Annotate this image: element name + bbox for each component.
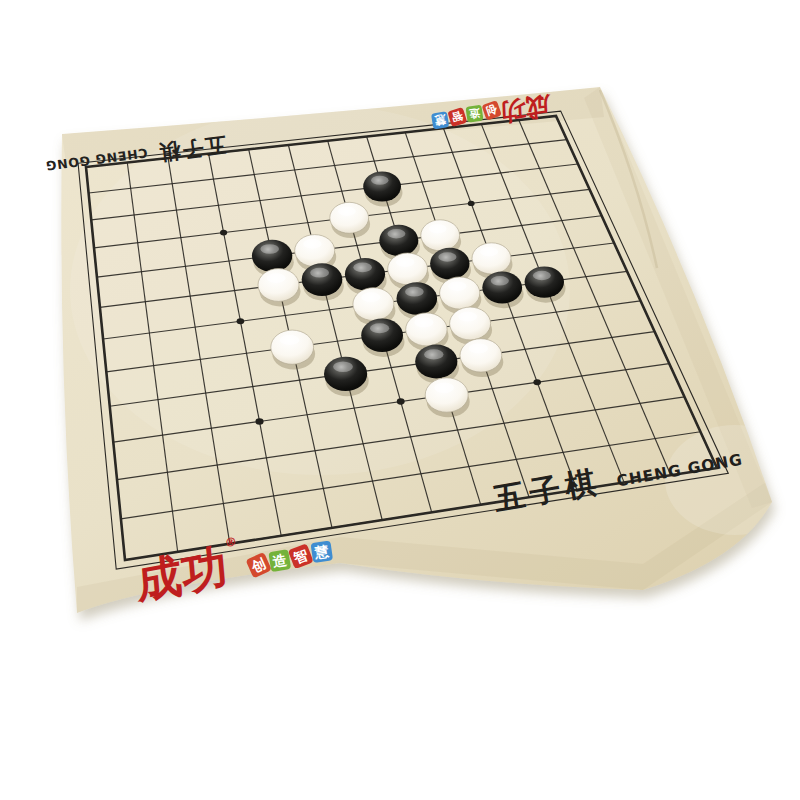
stone-white (330, 202, 370, 238)
stone-highlight (491, 276, 509, 286)
stone-highlight (448, 281, 466, 291)
stone-highlight (353, 263, 372, 273)
stone-highlight (458, 312, 477, 322)
star-point (237, 318, 245, 324)
stone-highlight (469, 343, 488, 353)
stone-highlight (370, 323, 389, 333)
stone-highlight (280, 335, 300, 345)
stone-highlight (405, 287, 424, 297)
stone-highlight (362, 292, 381, 302)
stone-highlight (533, 271, 551, 280)
slogan-tile: 慧 (310, 540, 333, 563)
stone-highlight (438, 252, 456, 261)
stone-white (425, 378, 470, 418)
star-point (397, 398, 405, 404)
gomoku-board-photo: 五子棋 CHENG GONG 五子棋 CHENG GONG 成功 ® 成功 创 … (0, 0, 800, 800)
stone-highlight (480, 247, 498, 256)
stone-highlight (338, 207, 356, 216)
stone-highlight (371, 176, 388, 185)
stone-white (460, 339, 503, 377)
slogan-tile: 造 (268, 549, 291, 572)
slogan-tile: 慧 (431, 111, 449, 129)
stone-highlight (303, 239, 321, 249)
stone-highlight (434, 383, 454, 393)
stone-white (271, 330, 315, 369)
tile-char: 造 (468, 106, 482, 121)
stone-highlight (429, 224, 447, 233)
star-point (255, 418, 263, 425)
stone-highlight (310, 268, 329, 278)
stone-highlight (387, 229, 405, 238)
stone-highlight (414, 317, 433, 327)
stone-highlight (333, 362, 353, 372)
star-point (468, 201, 475, 206)
slogan-tile: 造 (465, 105, 483, 123)
stone-white (258, 269, 301, 307)
stone-highlight (396, 257, 414, 267)
registered-mark: ® (224, 534, 237, 550)
stone-white (406, 313, 449, 351)
stone-highlight (267, 273, 286, 283)
stone-highlight (260, 244, 279, 254)
stone-highlight (424, 349, 443, 359)
star-point (220, 230, 227, 236)
star-point (533, 379, 541, 385)
